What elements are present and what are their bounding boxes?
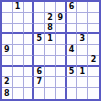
cell-r6c6[interactable] [56,56,67,67]
cell-r4c9[interactable] [88,34,99,45]
cell-r6c7[interactable] [67,56,78,67]
cell-r2c5[interactable]: 2 [45,13,56,24]
cell-r7c9[interactable] [88,67,99,78]
cell-r6c2[interactable] [13,56,24,67]
cell-r9c1[interactable]: 8 [2,88,13,99]
cell-r1c9[interactable] [88,2,99,13]
cell-r7c1[interactable] [2,67,13,78]
cell-r6c5[interactable] [45,56,56,67]
cell-r1c2[interactable]: 1 [13,2,24,13]
cell-r9c3[interactable] [24,88,35,99]
cell-r1c7[interactable]: 6 [67,2,78,13]
cell-r7c2[interactable] [13,67,24,78]
cell-r8c8[interactable] [77,77,88,88]
cell-r9c4[interactable] [34,88,45,99]
cell-r3c7[interactable] [67,24,78,35]
cell-r1c1[interactable] [2,2,13,13]
cell-r4c8[interactable]: 3 [77,34,88,45]
cell-r2c3[interactable] [24,13,35,24]
cell-r8c4[interactable]: 7 [34,77,45,88]
cell-r2c8[interactable] [77,13,88,24]
cell-r1c4[interactable] [34,2,45,13]
cell-r4c1[interactable] [2,34,13,45]
cell-r5c7[interactable]: 4 [67,45,78,56]
sudoku-board: 16298513942651278 [0,0,101,101]
cell-r4c5[interactable]: 1 [45,34,56,45]
cell-r5c8[interactable] [77,45,88,56]
cell-r6c4[interactable] [34,56,45,67]
cell-r1c3[interactable] [24,2,35,13]
cell-r7c7[interactable]: 5 [67,67,78,78]
cell-r3c6[interactable] [56,24,67,35]
cell-r9c6[interactable] [56,88,67,99]
cell-r3c8[interactable] [77,24,88,35]
cell-r3c4[interactable] [34,24,45,35]
cell-r1c5[interactable] [45,2,56,13]
cell-r9c9[interactable] [88,88,99,99]
cell-r7c4[interactable]: 6 [34,67,45,78]
cell-r2c9[interactable] [88,13,99,24]
cell-r4c7[interactable] [67,34,78,45]
cell-r4c3[interactable] [24,34,35,45]
cell-r3c5[interactable]: 8 [45,24,56,35]
cell-r5c6[interactable] [56,45,67,56]
cell-r1c8[interactable] [77,2,88,13]
cell-r5c5[interactable] [45,45,56,56]
cell-r3c3[interactable] [24,24,35,35]
cell-r8c2[interactable] [13,77,24,88]
cell-r9c2[interactable] [13,88,24,99]
cell-r5c1[interactable]: 9 [2,45,13,56]
cell-r5c3[interactable] [24,45,35,56]
cell-r9c8[interactable] [77,88,88,99]
cell-r3c9[interactable] [88,24,99,35]
cell-r2c7[interactable] [67,13,78,24]
cell-r1c6[interactable] [56,2,67,13]
cell-r6c9[interactable]: 2 [88,56,99,67]
cell-r3c1[interactable] [2,24,13,35]
cell-r6c8[interactable] [77,56,88,67]
cell-r5c2[interactable] [13,45,24,56]
cell-r4c6[interactable] [56,34,67,45]
cell-r8c3[interactable] [24,77,35,88]
cell-r2c6[interactable]: 9 [56,13,67,24]
cell-r7c3[interactable] [24,67,35,78]
cell-r8c1[interactable]: 2 [2,77,13,88]
cell-r8c5[interactable] [45,77,56,88]
cell-r4c4[interactable]: 5 [34,34,45,45]
cell-r6c3[interactable] [24,56,35,67]
cell-r2c1[interactable] [2,13,13,24]
cell-r5c9[interactable] [88,45,99,56]
cell-r7c8[interactable]: 1 [77,67,88,78]
cell-r2c4[interactable] [34,13,45,24]
cell-r5c4[interactable] [34,45,45,56]
cell-r9c5[interactable] [45,88,56,99]
cell-r7c5[interactable] [45,67,56,78]
cell-r8c7[interactable] [67,77,78,88]
cell-r6c1[interactable] [2,56,13,67]
cell-r2c2[interactable] [13,13,24,24]
cell-r3c2[interactable] [13,24,24,35]
cell-r4c2[interactable] [13,34,24,45]
cell-r8c6[interactable] [56,77,67,88]
cell-r7c6[interactable] [56,67,67,78]
cell-r9c7[interactable] [67,88,78,99]
cell-r8c9[interactable] [88,77,99,88]
